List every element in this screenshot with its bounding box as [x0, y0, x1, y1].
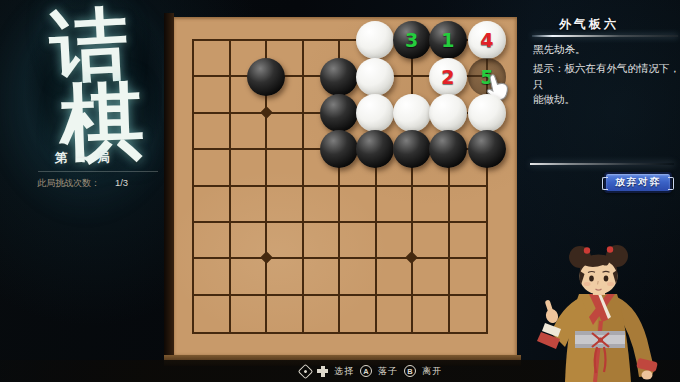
puzzle-hint-line2: 能做劫。 — [533, 92, 680, 108]
stone-black[interactable] — [468, 130, 506, 168]
stone-black[interactable] — [320, 94, 358, 132]
dpad-icon — [317, 366, 328, 377]
star-point — [405, 251, 418, 264]
ghost-stone-next-move[interactable]: 5 — [468, 58, 506, 96]
button-bracket-right — [668, 177, 674, 190]
stone-black[interactable] — [320, 58, 358, 96]
stone-layer: 31425 — [174, 17, 517, 355]
move-number-3: 3 — [393, 21, 431, 59]
stone-black[interactable] — [247, 58, 285, 96]
stone-white[interactable]: 2 — [429, 58, 467, 96]
panel-divider-top — [532, 35, 678, 37]
leave-hint-label: 离开 — [422, 365, 442, 378]
panel-divider-bottom — [530, 163, 674, 165]
stone-white[interactable] — [356, 21, 394, 59]
stone-black[interactable] — [356, 130, 394, 168]
select-hint-label: 选择 — [334, 365, 354, 378]
npc-girl-illustration — [535, 205, 680, 382]
controller-hints: 选择 A 落子 B 离开 — [300, 360, 442, 382]
stone-white[interactable]: 4 — [468, 21, 506, 59]
stone-white[interactable] — [356, 94, 394, 132]
attempts-row: 此局挑战次数： 1/3 — [0, 177, 165, 190]
stone-black[interactable] — [429, 130, 467, 168]
button-b-icon: B — [404, 365, 416, 377]
puzzle-hint: 提示：板六在有外气的情况下，只 能做劫。 — [533, 61, 680, 108]
sidebar-divider — [38, 171, 158, 172]
stone-black[interactable]: 3 — [393, 21, 431, 59]
go-board[interactable]: 31425 — [174, 17, 517, 355]
button-bracket-left — [602, 177, 608, 190]
stone-white[interactable] — [393, 94, 431, 132]
star-point — [260, 106, 273, 119]
resign-button[interactable]: 放弃对弈 — [604, 172, 672, 193]
stone-white[interactable] — [429, 94, 467, 132]
resign-button-label: 放弃对弈 — [615, 176, 661, 189]
stone-white[interactable] — [468, 94, 506, 132]
stone-white[interactable] — [356, 58, 394, 96]
move-number-4: 4 — [468, 21, 506, 59]
left-stick-icon — [298, 363, 314, 379]
star-point — [260, 251, 273, 264]
puzzle-task: 黑先劫杀。 — [533, 43, 586, 57]
puzzle-panel: 外气板六 黑先劫杀。 提示：板六在有外气的情况下，只 能做劫。 放弃对弈 — [530, 0, 680, 200]
button-a-icon: A — [360, 365, 372, 377]
board-left-edge — [164, 13, 174, 358]
move-number-1: 1 — [429, 21, 467, 59]
game-screen: 诘 棋 第一局 此局挑战次数： 1/3 31425 外气板六 黑先劫杀。 提示：… — [0, 0, 680, 382]
stone-black[interactable] — [393, 130, 431, 168]
place-stone-hint-label: 落子 — [378, 365, 398, 378]
round-label: 第一局 — [0, 150, 165, 167]
move-number-2: 2 — [429, 58, 467, 96]
puzzle-hint-line1: 提示：板六在有外气的情况下，只 — [533, 61, 680, 92]
attempts-label: 此局挑战次数： — [37, 177, 100, 190]
stone-black[interactable]: 1 — [429, 21, 467, 59]
puzzle-title: 外气板六 — [530, 16, 648, 33]
attempts-value: 1/3 — [115, 177, 128, 188]
stone-black[interactable] — [320, 130, 358, 168]
